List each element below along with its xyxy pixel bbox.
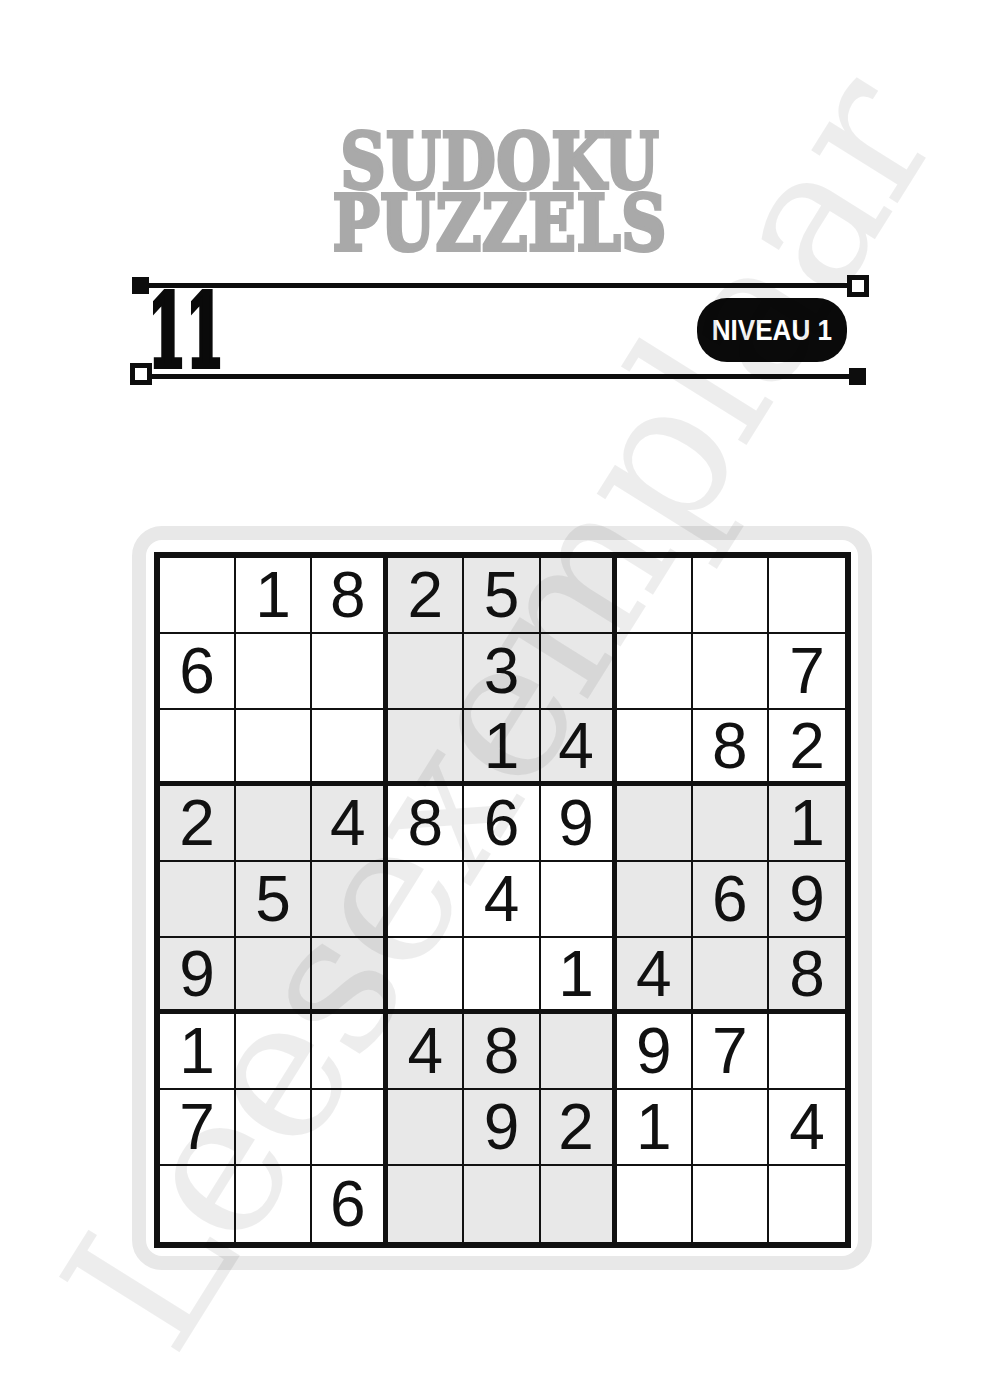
cell-r3c3[interactable] <box>312 710 388 786</box>
cell-r8c3[interactable] <box>312 1090 388 1166</box>
cell-r3c8[interactable]: 8 <box>693 710 769 786</box>
cell-r5c2[interactable]: 5 <box>236 862 312 938</box>
cell-r6c6[interactable]: 1 <box>541 938 617 1014</box>
cell-r8c7[interactable]: 1 <box>617 1090 693 1166</box>
cell-r8c6[interactable]: 2 <box>541 1090 617 1166</box>
cell-r1c2[interactable]: 1 <box>236 558 312 634</box>
cell-r7c9[interactable] <box>769 1014 845 1090</box>
cell-r8c9[interactable]: 4 <box>769 1090 845 1166</box>
cell-r5c4[interactable] <box>388 862 464 938</box>
cell-r7c2[interactable] <box>236 1014 312 1090</box>
cell-r8c1[interactable]: 7 <box>160 1090 236 1166</box>
cell-r4c9[interactable]: 1 <box>769 786 845 862</box>
cell-r5c5[interactable]: 4 <box>464 862 540 938</box>
cell-r4c4[interactable]: 8 <box>388 786 464 862</box>
cell-r1c1[interactable] <box>160 558 236 634</box>
cell-r6c8[interactable] <box>693 938 769 1014</box>
header-rule-bottom <box>146 374 856 379</box>
cell-r8c4[interactable] <box>388 1090 464 1166</box>
cell-r8c5[interactable]: 9 <box>464 1090 540 1166</box>
title-line-2: PUZZELS <box>90 186 910 262</box>
cell-r9c6[interactable] <box>541 1166 617 1242</box>
header-rule-top <box>140 283 854 288</box>
cell-r2c7[interactable] <box>617 634 693 710</box>
square-endcap-bottom-right-icon <box>849 368 866 385</box>
cell-r9c7[interactable] <box>617 1166 693 1242</box>
cell-r3c7[interactable] <box>617 710 693 786</box>
cell-r4c8[interactable] <box>693 786 769 862</box>
cell-r1c5[interactable]: 5 <box>464 558 540 634</box>
square-endcap-top-left-icon <box>132 277 149 294</box>
cell-r4c1[interactable]: 2 <box>160 786 236 862</box>
cell-r1c9[interactable] <box>769 558 845 634</box>
cell-r2c5[interactable]: 3 <box>464 634 540 710</box>
cell-r6c1[interactable]: 9 <box>160 938 236 1014</box>
cell-r2c9[interactable]: 7 <box>769 634 845 710</box>
level-badge: NIVEAU 1 <box>697 298 847 362</box>
cell-r3c2[interactable] <box>236 710 312 786</box>
cell-r2c4[interactable] <box>388 634 464 710</box>
cell-r5c7[interactable] <box>617 862 693 938</box>
cell-r7c6[interactable] <box>541 1014 617 1090</box>
cell-r2c8[interactable] <box>693 634 769 710</box>
cell-r6c4[interactable] <box>388 938 464 1014</box>
cell-r4c6[interactable]: 9 <box>541 786 617 862</box>
cell-r8c8[interactable] <box>693 1090 769 1166</box>
cell-r6c5[interactable] <box>464 938 540 1014</box>
cell-r9c3[interactable]: 6 <box>312 1166 388 1242</box>
cell-r1c4[interactable]: 2 <box>388 558 464 634</box>
cell-r2c3[interactable] <box>312 634 388 710</box>
cell-r9c1[interactable] <box>160 1166 236 1242</box>
cell-r4c2[interactable] <box>236 786 312 862</box>
cell-r7c5[interactable]: 8 <box>464 1014 540 1090</box>
cell-r2c1[interactable]: 6 <box>160 634 236 710</box>
cell-r9c2[interactable] <box>236 1166 312 1242</box>
cell-r5c8[interactable]: 6 <box>693 862 769 938</box>
cell-r5c3[interactable] <box>312 862 388 938</box>
cell-r3c6[interactable]: 4 <box>541 710 617 786</box>
cell-r6c9[interactable]: 8 <box>769 938 845 1014</box>
cell-r3c5[interactable]: 1 <box>464 710 540 786</box>
puzzle-number: 11 <box>148 282 224 381</box>
cell-r1c7[interactable] <box>617 558 693 634</box>
cell-r1c3[interactable]: 8 <box>312 558 388 634</box>
cell-r2c6[interactable] <box>541 634 617 710</box>
cell-r6c3[interactable] <box>312 938 388 1014</box>
cell-r3c1[interactable] <box>160 710 236 786</box>
cell-r8c2[interactable] <box>236 1090 312 1166</box>
cell-r6c2[interactable] <box>236 938 312 1014</box>
cell-r7c7[interactable]: 9 <box>617 1014 693 1090</box>
cell-r9c9[interactable] <box>769 1166 845 1242</box>
cell-r7c8[interactable]: 7 <box>693 1014 769 1090</box>
cell-r4c3[interactable]: 4 <box>312 786 388 862</box>
cell-r4c5[interactable]: 6 <box>464 786 540 862</box>
cell-r9c8[interactable] <box>693 1166 769 1242</box>
cell-r2c2[interactable] <box>236 634 312 710</box>
cell-r1c8[interactable] <box>693 558 769 634</box>
cell-r9c4[interactable] <box>388 1166 464 1242</box>
cell-r4c7[interactable] <box>617 786 693 862</box>
page: SUDOKU PUZZELS 11 NIVEAU 1 1825637148224… <box>0 0 1000 1400</box>
cell-r6c7[interactable]: 4 <box>617 938 693 1014</box>
cell-r7c1[interactable]: 1 <box>160 1014 236 1090</box>
cell-r3c9[interactable]: 2 <box>769 710 845 786</box>
sudoku-board: 182563714822486915469914814897792146 <box>154 552 851 1248</box>
cell-r5c6[interactable] <box>541 862 617 938</box>
cell-r3c4[interactable] <box>388 710 464 786</box>
cell-r7c4[interactable]: 4 <box>388 1014 464 1090</box>
cell-r7c3[interactable] <box>312 1014 388 1090</box>
cell-r9c5[interactable] <box>464 1166 540 1242</box>
cell-r5c9[interactable]: 9 <box>769 862 845 938</box>
cell-r5c1[interactable] <box>160 862 236 938</box>
square-endcap-top-right-icon <box>847 275 869 297</box>
cell-r1c6[interactable] <box>541 558 617 634</box>
level-badge-label: NIVEAU 1 <box>712 314 832 347</box>
